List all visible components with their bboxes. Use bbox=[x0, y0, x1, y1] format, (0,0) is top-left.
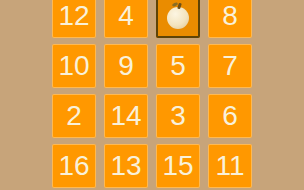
tile-13[interactable]: 13 bbox=[104, 144, 148, 188]
tile-6[interactable]: 6 bbox=[208, 94, 252, 138]
tile-11[interactable]: 11 bbox=[208, 144, 252, 188]
tile-8[interactable]: 8 bbox=[208, 0, 252, 38]
tile-12[interactable]: 12 bbox=[52, 0, 96, 38]
fruit-icon bbox=[167, 7, 189, 29]
tile-9[interactable]: 9 bbox=[104, 44, 148, 88]
tile-7[interactable]: 7 bbox=[208, 44, 252, 88]
tile-4[interactable]: 4 bbox=[104, 0, 148, 38]
tile-15[interactable]: 15 bbox=[156, 144, 200, 188]
tile-5[interactable]: 5 bbox=[156, 44, 200, 88]
tile-10[interactable]: 10 bbox=[52, 44, 96, 88]
tile-2[interactable]: 2 bbox=[52, 94, 96, 138]
tile-16[interactable]: 16 bbox=[52, 144, 96, 188]
tile-14[interactable]: 14 bbox=[104, 94, 148, 138]
tile-3[interactable]: 3 bbox=[156, 94, 200, 138]
tile-fruit-icon[interactable] bbox=[156, 0, 200, 38]
puzzle-board: 1248109572143616131511 bbox=[52, 0, 252, 188]
app-background: { "game": "fifteen-puzzle", "description… bbox=[0, 0, 304, 190]
